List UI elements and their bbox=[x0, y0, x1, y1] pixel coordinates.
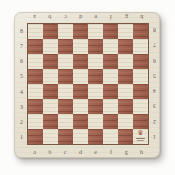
chess-board-grid bbox=[27, 23, 149, 145]
logo-text-line bbox=[136, 138, 145, 139]
coordinate-label: 7 bbox=[149, 38, 160, 53]
square-e1[interactable] bbox=[88, 129, 103, 144]
square-g1[interactable] bbox=[118, 129, 133, 144]
coordinate-label: e bbox=[88, 145, 103, 158]
square-h4[interactable] bbox=[133, 84, 148, 99]
square-d4[interactable] bbox=[73, 84, 88, 99]
square-h6[interactable] bbox=[133, 54, 148, 69]
coordinate-label: 8 bbox=[16, 23, 27, 38]
coordinate-label: a bbox=[27, 145, 42, 158]
coordinate-label: 3 bbox=[149, 99, 160, 114]
coordinate-label: c bbox=[58, 12, 73, 23]
square-g4[interactable] bbox=[118, 84, 133, 99]
logo-text-line bbox=[137, 140, 144, 141]
coordinate-label: f bbox=[103, 145, 118, 158]
square-f2[interactable] bbox=[103, 114, 118, 129]
square-a3[interactable] bbox=[28, 99, 43, 114]
coordinate-label: 2 bbox=[16, 115, 27, 130]
coordinate-label: 7 bbox=[16, 38, 27, 53]
square-b6[interactable] bbox=[43, 54, 58, 69]
square-h2[interactable] bbox=[133, 114, 148, 129]
square-e7[interactable] bbox=[88, 39, 103, 54]
square-g3[interactable] bbox=[118, 99, 133, 114]
square-f5[interactable] bbox=[103, 69, 118, 84]
square-d2[interactable] bbox=[73, 114, 88, 129]
square-e6[interactable] bbox=[88, 54, 103, 69]
square-e8[interactable] bbox=[88, 24, 103, 39]
file-labels-bottom: abcdefgh bbox=[27, 145, 149, 158]
brand-logo: ♛ bbox=[133, 128, 148, 143]
square-a2[interactable] bbox=[28, 114, 43, 129]
coordinate-label: 4 bbox=[16, 84, 27, 99]
square-c6[interactable] bbox=[58, 54, 73, 69]
square-d5[interactable] bbox=[73, 69, 88, 84]
crown-icon: ♛ bbox=[137, 130, 143, 137]
coordinate-label: h bbox=[134, 145, 149, 158]
board-photo: abcdefgh abcdefgh 87654321 87654321 ♛ bbox=[0, 0, 175, 175]
square-a6[interactable] bbox=[28, 54, 43, 69]
coordinate-label: b bbox=[42, 12, 57, 23]
square-h5[interactable] bbox=[133, 69, 148, 84]
coordinate-label: 1 bbox=[16, 130, 27, 145]
rank-labels-left: 87654321 bbox=[16, 23, 27, 145]
file-labels-top: abcdefgh bbox=[27, 12, 149, 23]
square-g7[interactable] bbox=[118, 39, 133, 54]
square-b5[interactable] bbox=[43, 69, 58, 84]
square-d1[interactable] bbox=[73, 129, 88, 144]
square-f6[interactable] bbox=[103, 54, 118, 69]
square-f8[interactable] bbox=[103, 24, 118, 39]
square-g5[interactable] bbox=[118, 69, 133, 84]
square-b8[interactable] bbox=[43, 24, 58, 39]
square-f1[interactable] bbox=[103, 129, 118, 144]
coordinate-label: 2 bbox=[149, 115, 160, 130]
square-c8[interactable] bbox=[58, 24, 73, 39]
square-f7[interactable] bbox=[103, 39, 118, 54]
square-e3[interactable] bbox=[88, 99, 103, 114]
square-g8[interactable] bbox=[118, 24, 133, 39]
square-a5[interactable] bbox=[28, 69, 43, 84]
coordinate-label: f bbox=[103, 12, 118, 23]
square-h3[interactable] bbox=[133, 99, 148, 114]
square-b4[interactable] bbox=[43, 84, 58, 99]
square-g2[interactable] bbox=[118, 114, 133, 129]
square-d7[interactable] bbox=[73, 39, 88, 54]
square-c7[interactable] bbox=[58, 39, 73, 54]
coordinate-label: d bbox=[73, 145, 88, 158]
square-f3[interactable] bbox=[103, 99, 118, 114]
rank-labels-right: 87654321 bbox=[149, 23, 160, 145]
square-d8[interactable] bbox=[73, 24, 88, 39]
square-e4[interactable] bbox=[88, 84, 103, 99]
coordinate-label: 6 bbox=[16, 54, 27, 69]
coordinate-label: e bbox=[88, 12, 103, 23]
coordinate-label: 4 bbox=[149, 84, 160, 99]
square-c2[interactable] bbox=[58, 114, 73, 129]
square-g6[interactable] bbox=[118, 54, 133, 69]
square-b7[interactable] bbox=[43, 39, 58, 54]
square-d6[interactable] bbox=[73, 54, 88, 69]
square-f4[interactable] bbox=[103, 84, 118, 99]
square-e5[interactable] bbox=[88, 69, 103, 84]
coordinate-label: 8 bbox=[149, 23, 160, 38]
coordinate-label: 5 bbox=[16, 69, 27, 84]
square-c4[interactable] bbox=[58, 84, 73, 99]
coordinate-label: 5 bbox=[149, 69, 160, 84]
square-a1[interactable] bbox=[28, 129, 43, 144]
square-b3[interactable] bbox=[43, 99, 58, 114]
coordinate-label: g bbox=[119, 12, 134, 23]
coordinate-label: 1 bbox=[149, 130, 160, 145]
coordinate-label: 6 bbox=[149, 54, 160, 69]
square-b1[interactable] bbox=[43, 129, 58, 144]
square-a8[interactable] bbox=[28, 24, 43, 39]
square-e2[interactable] bbox=[88, 114, 103, 129]
square-c1[interactable] bbox=[58, 129, 73, 144]
square-a7[interactable] bbox=[28, 39, 43, 54]
coordinate-label: b bbox=[42, 145, 57, 158]
square-h7[interactable] bbox=[133, 39, 148, 54]
coordinate-label: c bbox=[58, 145, 73, 158]
coordinate-label: g bbox=[119, 145, 134, 158]
square-c5[interactable] bbox=[58, 69, 73, 84]
square-a4[interactable] bbox=[28, 84, 43, 99]
square-d3[interactable] bbox=[73, 99, 88, 114]
square-c3[interactable] bbox=[58, 99, 73, 114]
square-b2[interactable] bbox=[43, 114, 58, 129]
square-h8[interactable] bbox=[133, 24, 148, 39]
coordinate-label: d bbox=[73, 12, 88, 23]
chess-mat: abcdefgh abcdefgh 87654321 87654321 ♛ bbox=[14, 12, 160, 158]
coordinate-label: h bbox=[134, 12, 149, 23]
coordinate-label: 3 bbox=[16, 99, 27, 114]
coordinate-label: a bbox=[27, 12, 42, 23]
